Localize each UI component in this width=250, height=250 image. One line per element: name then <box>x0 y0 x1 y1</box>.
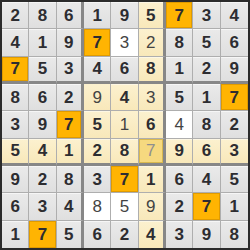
cell-r8c5[interactable]: 5 <box>111 193 138 220</box>
cell-r4c9[interactable]: 7 <box>221 84 248 111</box>
cell-r6c7[interactable]: 9 <box>166 139 193 166</box>
cell-r1c9[interactable]: 4 <box>221 2 248 29</box>
cell-r4c1[interactable]: 8 <box>2 84 29 111</box>
cell-r4c8[interactable]: 1 <box>193 84 220 111</box>
cell-r5c3[interactable]: 7 <box>57 111 84 138</box>
cell-r6c4[interactable]: 2 <box>84 139 111 166</box>
cell-r2c7[interactable]: 8 <box>166 29 193 56</box>
cell-r3c9[interactable]: 9 <box>221 57 248 84</box>
cell-r6c8[interactable]: 6 <box>193 139 220 166</box>
cell-r2c1[interactable]: 4 <box>2 29 29 56</box>
cell-r8c7[interactable]: 2 <box>166 193 193 220</box>
cell-r1c2[interactable]: 8 <box>29 2 56 29</box>
cell-r8c3[interactable]: 4 <box>57 193 84 220</box>
cell-r9c6[interactable]: 4 <box>139 221 166 248</box>
cell-r2c9[interactable]: 6 <box>221 29 248 56</box>
cell-r9c2[interactable]: 7 <box>29 221 56 248</box>
cell-r7c9[interactable]: 5 <box>221 166 248 193</box>
cell-r6c9[interactable]: 3 <box>221 139 248 166</box>
cell-r8c6[interactable]: 9 <box>139 193 166 220</box>
cell-r4c7[interactable]: 5 <box>166 84 193 111</box>
cell-r4c6[interactable]: 3 <box>139 84 166 111</box>
cell-r8c8[interactable]: 7 <box>193 193 220 220</box>
cell-r8c9[interactable]: 1 <box>221 193 248 220</box>
cell-r6c6[interactable]: 7 <box>139 139 166 166</box>
cell-r3c1[interactable]: 7 <box>2 57 29 84</box>
cell-r8c2[interactable]: 3 <box>29 193 56 220</box>
cell-r6c2[interactable]: 4 <box>29 139 56 166</box>
cell-r6c1[interactable]: 5 <box>2 139 29 166</box>
sudoku-board: 2861957344197328567534681298629435173975… <box>0 0 250 250</box>
cell-r7c5[interactable]: 7 <box>111 166 138 193</box>
cell-r8c1[interactable]: 6 <box>2 193 29 220</box>
cell-r7c7[interactable]: 6 <box>166 166 193 193</box>
cell-r3c4[interactable]: 4 <box>84 57 111 84</box>
cell-r6c5[interactable]: 8 <box>111 139 138 166</box>
cell-r1c8[interactable]: 3 <box>193 2 220 29</box>
cell-r9c7[interactable]: 3 <box>166 221 193 248</box>
cell-r2c4[interactable]: 7 <box>84 29 111 56</box>
cell-r3c6[interactable]: 8 <box>139 57 166 84</box>
cell-r7c4[interactable]: 3 <box>84 166 111 193</box>
cell-r1c6[interactable]: 5 <box>139 2 166 29</box>
cell-r7c6[interactable]: 1 <box>139 166 166 193</box>
cell-r2c5[interactable]: 3 <box>111 29 138 56</box>
cell-r1c4[interactable]: 1 <box>84 2 111 29</box>
cell-r4c4[interactable]: 9 <box>84 84 111 111</box>
cell-r6c3[interactable]: 1 <box>57 139 84 166</box>
cell-r2c2[interactable]: 1 <box>29 29 56 56</box>
cell-r9c1[interactable]: 1 <box>2 221 29 248</box>
cell-r2c6[interactable]: 2 <box>139 29 166 56</box>
cell-r9c4[interactable]: 6 <box>84 221 111 248</box>
cell-r1c3[interactable]: 6 <box>57 2 84 29</box>
cell-r3c8[interactable]: 2 <box>193 57 220 84</box>
cell-r7c1[interactable]: 9 <box>2 166 29 193</box>
cell-r4c3[interactable]: 2 <box>57 84 84 111</box>
cell-r9c3[interactable]: 5 <box>57 221 84 248</box>
cell-r1c5[interactable]: 9 <box>111 2 138 29</box>
cell-r4c5[interactable]: 4 <box>111 84 138 111</box>
cell-r5c8[interactable]: 8 <box>193 111 220 138</box>
cell-r9c5[interactable]: 2 <box>111 221 138 248</box>
cell-r9c8[interactable]: 9 <box>193 221 220 248</box>
cell-r3c5[interactable]: 6 <box>111 57 138 84</box>
cell-r5c4[interactable]: 5 <box>84 111 111 138</box>
cell-r5c7[interactable]: 4 <box>166 111 193 138</box>
cell-r5c2[interactable]: 9 <box>29 111 56 138</box>
cell-r7c8[interactable]: 4 <box>193 166 220 193</box>
cell-r3c7[interactable]: 1 <box>166 57 193 84</box>
cell-r2c8[interactable]: 5 <box>193 29 220 56</box>
cell-r5c6[interactable]: 6 <box>139 111 166 138</box>
cell-r1c1[interactable]: 2 <box>2 2 29 29</box>
cell-r7c3[interactable]: 8 <box>57 166 84 193</box>
cell-r5c5[interactable]: 1 <box>111 111 138 138</box>
cell-r4c2[interactable]: 6 <box>29 84 56 111</box>
cell-r3c3[interactable]: 3 <box>57 57 84 84</box>
cell-r8c4[interactable]: 8 <box>84 193 111 220</box>
cell-r7c2[interactable]: 2 <box>29 166 56 193</box>
cell-r3c2[interactable]: 5 <box>29 57 56 84</box>
cell-r5c9[interactable]: 2 <box>221 111 248 138</box>
cell-r1c7[interactable]: 7 <box>166 2 193 29</box>
cell-r2c3[interactable]: 9 <box>57 29 84 56</box>
cell-r9c9[interactable]: 8 <box>221 221 248 248</box>
cell-r5c1[interactable]: 3 <box>2 111 29 138</box>
